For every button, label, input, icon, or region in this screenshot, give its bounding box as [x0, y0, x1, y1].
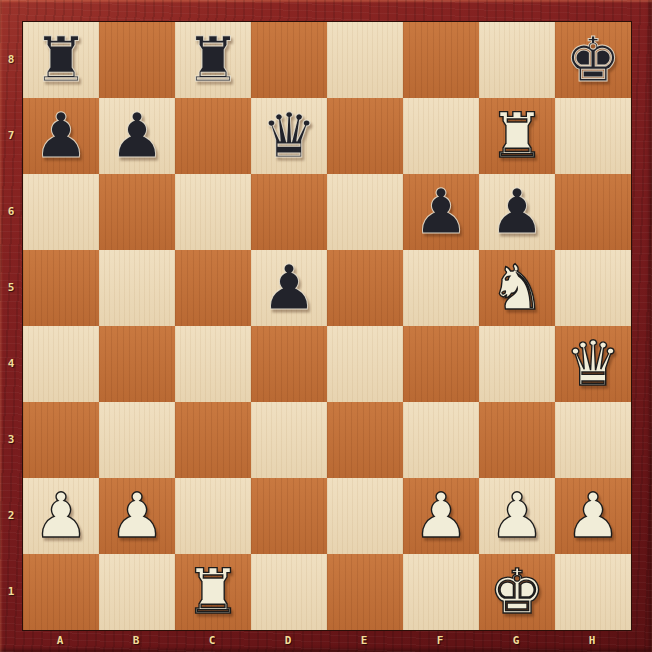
square-a6[interactable] — [23, 174, 99, 250]
piece-white-knight[interactable]: ♞ — [489, 250, 545, 326]
rank-label-7: 7 — [0, 97, 22, 173]
piece-white-rook[interactable]: ♜ — [489, 98, 545, 174]
square-c1[interactable]: ♜ — [175, 554, 251, 630]
square-g8[interactable] — [479, 22, 555, 98]
square-e7[interactable] — [327, 98, 403, 174]
square-d5[interactable]: ♟ — [251, 250, 327, 326]
square-e8[interactable] — [327, 22, 403, 98]
file-label-h: H — [554, 629, 630, 652]
square-d4[interactable] — [251, 326, 327, 402]
square-b4[interactable] — [99, 326, 175, 402]
piece-white-pawn[interactable]: ♟ — [413, 478, 469, 554]
file-label-b: B — [98, 629, 174, 652]
square-c8[interactable]: ♜ — [175, 22, 251, 98]
piece-white-queen[interactable]: ♛ — [565, 326, 621, 402]
file-label-e: E — [326, 629, 402, 652]
piece-white-king[interactable]: ♚ — [489, 554, 545, 630]
piece-black-rook[interactable]: ♜ — [33, 22, 89, 98]
square-a3[interactable] — [23, 402, 99, 478]
square-b5[interactable] — [99, 250, 175, 326]
piece-white-pawn[interactable]: ♟ — [565, 478, 621, 554]
square-d1[interactable] — [251, 554, 327, 630]
rank-labels: 87654321 — [0, 21, 22, 629]
rank-label-4: 4 — [0, 325, 22, 401]
square-b8[interactable] — [99, 22, 175, 98]
file-label-g: G — [478, 629, 554, 652]
square-g6[interactable]: ♟ — [479, 174, 555, 250]
square-a8[interactable]: ♜ — [23, 22, 99, 98]
piece-black-rook[interactable]: ♜ — [185, 22, 241, 98]
piece-black-pawn[interactable]: ♟ — [489, 174, 545, 250]
piece-black-pawn[interactable]: ♟ — [413, 174, 469, 250]
square-b1[interactable] — [99, 554, 175, 630]
square-c5[interactable] — [175, 250, 251, 326]
square-c6[interactable] — [175, 174, 251, 250]
file-labels: ABCDEFGH — [22, 629, 630, 652]
rank-label-2: 2 — [0, 477, 22, 553]
file-label-c: C — [174, 629, 250, 652]
square-a5[interactable] — [23, 250, 99, 326]
rank-label-5: 5 — [0, 249, 22, 325]
square-b2[interactable]: ♟ — [99, 478, 175, 554]
piece-black-pawn[interactable]: ♟ — [33, 98, 89, 174]
square-a2[interactable]: ♟ — [23, 478, 99, 554]
chess-board: ♜♜♚♟♟♛♜♟♟♟♞♛♟♟♟♟♟♜♚ — [22, 21, 632, 631]
square-f6[interactable]: ♟ — [403, 174, 479, 250]
rank-label-6: 6 — [0, 173, 22, 249]
square-a7[interactable]: ♟ — [23, 98, 99, 174]
piece-white-pawn[interactable]: ♟ — [33, 478, 89, 554]
square-e2[interactable] — [327, 478, 403, 554]
square-h2[interactable]: ♟ — [555, 478, 631, 554]
square-d8[interactable] — [251, 22, 327, 98]
square-c4[interactable] — [175, 326, 251, 402]
piece-black-queen[interactable]: ♛ — [261, 98, 317, 174]
piece-white-rook[interactable]: ♜ — [185, 554, 241, 630]
square-e6[interactable] — [327, 174, 403, 250]
square-g4[interactable] — [479, 326, 555, 402]
square-h7[interactable] — [555, 98, 631, 174]
piece-black-pawn[interactable]: ♟ — [261, 250, 317, 326]
square-h3[interactable] — [555, 402, 631, 478]
square-b7[interactable]: ♟ — [99, 98, 175, 174]
square-g7[interactable]: ♜ — [479, 98, 555, 174]
square-b6[interactable] — [99, 174, 175, 250]
square-c2[interactable] — [175, 478, 251, 554]
square-d7[interactable]: ♛ — [251, 98, 327, 174]
square-f3[interactable] — [403, 402, 479, 478]
square-h1[interactable] — [555, 554, 631, 630]
square-a1[interactable] — [23, 554, 99, 630]
square-g3[interactable] — [479, 402, 555, 478]
rank-label-8: 8 — [0, 21, 22, 97]
square-f5[interactable] — [403, 250, 479, 326]
square-h5[interactable] — [555, 250, 631, 326]
square-c7[interactable] — [175, 98, 251, 174]
square-d6[interactable] — [251, 174, 327, 250]
square-b3[interactable] — [99, 402, 175, 478]
square-d2[interactable] — [251, 478, 327, 554]
square-g1[interactable]: ♚ — [479, 554, 555, 630]
piece-white-pawn[interactable]: ♟ — [489, 478, 545, 554]
square-f7[interactable] — [403, 98, 479, 174]
file-label-d: D — [250, 629, 326, 652]
square-f4[interactable] — [403, 326, 479, 402]
file-label-a: A — [22, 629, 98, 652]
square-e3[interactable] — [327, 402, 403, 478]
file-label-f: F — [402, 629, 478, 652]
square-e1[interactable] — [327, 554, 403, 630]
square-g2[interactable]: ♟ — [479, 478, 555, 554]
square-e4[interactable] — [327, 326, 403, 402]
square-h6[interactable] — [555, 174, 631, 250]
square-h4[interactable]: ♛ — [555, 326, 631, 402]
square-f1[interactable] — [403, 554, 479, 630]
square-c3[interactable] — [175, 402, 251, 478]
rank-label-3: 3 — [0, 401, 22, 477]
piece-black-king[interactable]: ♚ — [565, 22, 621, 98]
rank-label-1: 1 — [0, 553, 22, 629]
square-h8[interactable]: ♚ — [555, 22, 631, 98]
square-f2[interactable]: ♟ — [403, 478, 479, 554]
piece-black-pawn[interactable]: ♟ — [109, 98, 165, 174]
square-g5[interactable]: ♞ — [479, 250, 555, 326]
piece-white-pawn[interactable]: ♟ — [109, 478, 165, 554]
square-f8[interactable] — [403, 22, 479, 98]
square-e5[interactable] — [327, 250, 403, 326]
chess-board-frame: ♜♜♚♟♟♛♜♟♟♟♞♛♟♟♟♟♟♜♚ 87654321 ABCDEFGH — [0, 0, 652, 652]
square-a4[interactable] — [23, 326, 99, 402]
square-d3[interactable] — [251, 402, 327, 478]
